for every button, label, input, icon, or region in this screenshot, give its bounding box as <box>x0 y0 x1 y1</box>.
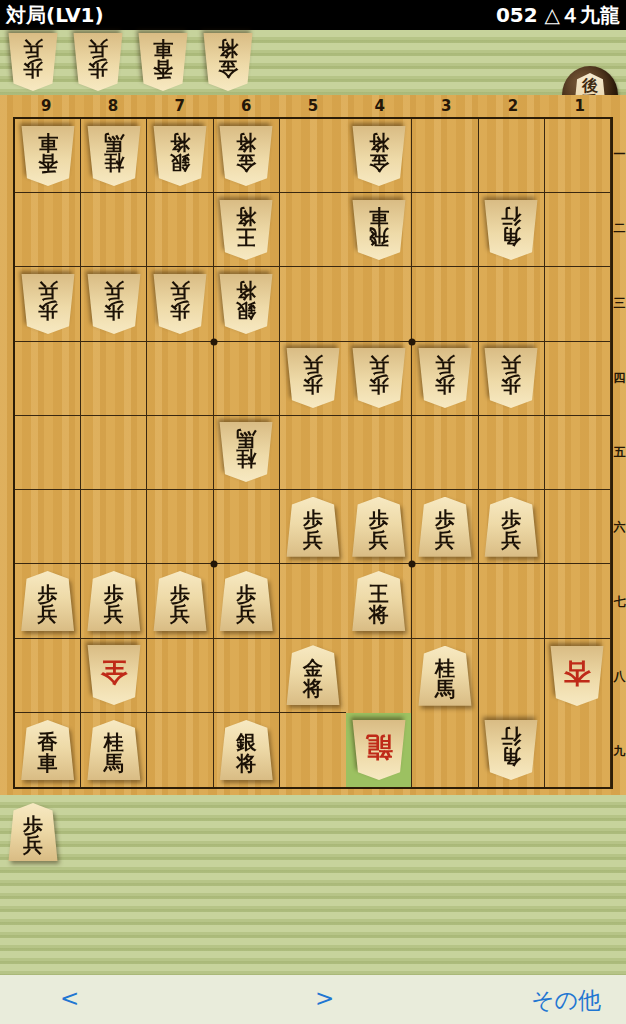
piece-銀将[interactable]: 銀将 <box>219 720 273 780</box>
square-7六[interactable] <box>147 490 213 564</box>
square-9四[interactable] <box>15 342 81 416</box>
square-4四[interactable]: 歩兵 <box>346 342 412 416</box>
gote-hand-pieces: 歩兵歩兵香車金将 <box>8 33 253 91</box>
square-7九[interactable] <box>147 713 213 787</box>
square-5五[interactable] <box>280 416 346 490</box>
square-5二[interactable] <box>280 193 346 267</box>
piece-桂馬[interactable]: 桂馬 <box>87 126 141 186</box>
piece-歩兵[interactable]: 歩兵 <box>87 571 141 631</box>
square-1一[interactable] <box>545 119 611 193</box>
square-8四[interactable] <box>81 342 147 416</box>
square-3七[interactable] <box>412 564 478 638</box>
piece-香車[interactable]: 香車 <box>138 33 188 91</box>
square-4七[interactable]: 王将 <box>346 564 412 638</box>
square-3九[interactable] <box>412 713 478 787</box>
square-1五[interactable] <box>545 416 611 490</box>
square-3三[interactable] <box>412 267 478 341</box>
rank-label: 五 <box>613 416 626 491</box>
square-4八[interactable] <box>346 639 412 713</box>
piece-角行[interactable]: 角行 <box>484 720 538 780</box>
sente-captured-tray: 歩兵 先手 <box>0 795 626 975</box>
star-point <box>409 561 416 568</box>
square-2七[interactable] <box>479 564 545 638</box>
piece-歩兵[interactable]: 歩兵 <box>153 571 207 631</box>
square-4一[interactable]: 金将 <box>346 119 412 193</box>
square-6一[interactable]: 金将 <box>214 119 280 193</box>
next-move-button[interactable]: > <box>315 985 334 1011</box>
square-6三[interactable]: 銀将 <box>214 267 280 341</box>
piece-桂馬[interactable]: 桂馬 <box>418 646 472 706</box>
square-2九[interactable]: 角行 <box>479 713 545 787</box>
rank-label: 三 <box>613 266 626 341</box>
square-2四[interactable]: 歩兵 <box>479 342 545 416</box>
square-9五[interactable] <box>15 416 81 490</box>
square-3二[interactable] <box>412 193 478 267</box>
square-6二[interactable]: 王将 <box>214 193 280 267</box>
prev-move-button[interactable]: < <box>60 985 79 1011</box>
square-7一[interactable]: 銀将 <box>147 119 213 193</box>
square-9六[interactable] <box>15 490 81 564</box>
square-8三[interactable]: 歩兵 <box>81 267 147 341</box>
piece-歩兵[interactable]: 歩兵 <box>21 571 75 631</box>
square-5四[interactable]: 歩兵 <box>280 342 346 416</box>
square-2一[interactable] <box>479 119 545 193</box>
piece-銀将[interactable]: 銀将 <box>219 274 273 334</box>
file-label-5: 5 <box>280 96 347 116</box>
piece-角行[interactable]: 角行 <box>484 200 538 260</box>
piece-香車[interactable]: 香車 <box>21 126 75 186</box>
rank-label: 八 <box>613 640 626 715</box>
square-7四[interactable] <box>147 342 213 416</box>
piece-歩兵[interactable]: 歩兵 <box>87 274 141 334</box>
square-8八[interactable]: 全 <box>81 639 147 713</box>
page-title: 対局(LV1) <box>6 2 104 29</box>
rank-label: 二 <box>613 192 626 267</box>
square-5七[interactable] <box>280 564 346 638</box>
square-3四[interactable]: 歩兵 <box>412 342 478 416</box>
square-8一[interactable]: 桂馬 <box>81 119 147 193</box>
square-2六[interactable]: 歩兵 <box>479 490 545 564</box>
square-7八[interactable] <box>147 639 213 713</box>
piece-歩兵[interactable]: 歩兵 <box>73 33 123 91</box>
piece-金将[interactable]: 金将 <box>352 126 406 186</box>
square-3八[interactable]: 桂馬 <box>412 639 478 713</box>
piece-歩兵[interactable]: 歩兵 <box>418 348 472 408</box>
square-8九[interactable]: 桂馬 <box>81 713 147 787</box>
square-4二[interactable]: 飛車 <box>346 193 412 267</box>
piece-王将[interactable]: 王将 <box>219 200 273 260</box>
piece-歩兵[interactable]: 歩兵 <box>286 497 340 557</box>
piece-歩兵[interactable]: 歩兵 <box>8 803 58 861</box>
square-6七[interactable]: 歩兵 <box>214 564 280 638</box>
square-9一[interactable]: 香車 <box>15 119 81 193</box>
file-label-9: 9 <box>13 96 80 116</box>
square-9七[interactable]: 歩兵 <box>15 564 81 638</box>
square-1六[interactable] <box>545 490 611 564</box>
piece-金将[interactable]: 金将 <box>219 126 273 186</box>
other-menu-button[interactable]: その他 <box>531 985 601 1016</box>
file-labels: 987654321 <box>13 96 613 116</box>
rank-label: 六 <box>613 490 626 565</box>
square-9八[interactable] <box>15 639 81 713</box>
square-1三[interactable] <box>545 267 611 341</box>
square-4九[interactable]: 龍 <box>346 713 412 787</box>
piece-全[interactable]: 全 <box>87 645 141 705</box>
square-9二[interactable] <box>15 193 81 267</box>
square-1七[interactable] <box>545 564 611 638</box>
square-1二[interactable] <box>545 193 611 267</box>
square-8七[interactable]: 歩兵 <box>81 564 147 638</box>
file-label-8: 8 <box>80 96 147 116</box>
square-5八[interactable]: 金将 <box>280 639 346 713</box>
square-3六[interactable]: 歩兵 <box>412 490 478 564</box>
square-2八[interactable] <box>479 639 545 713</box>
rank-label: 七 <box>613 565 626 640</box>
piece-銀将[interactable]: 銀将 <box>153 126 207 186</box>
file-label-2: 2 <box>480 96 547 116</box>
move-counter: 052 △４九龍 <box>496 2 620 29</box>
square-4五[interactable] <box>346 416 412 490</box>
square-6四[interactable] <box>214 342 280 416</box>
square-2五[interactable] <box>479 416 545 490</box>
piece-金将[interactable]: 金将 <box>286 645 340 705</box>
piece-歩兵[interactable]: 歩兵 <box>219 571 273 631</box>
square-1八[interactable]: 杏 <box>545 639 611 713</box>
star-point <box>409 338 416 345</box>
square-3一[interactable] <box>412 119 478 193</box>
square-8五[interactable] <box>81 416 147 490</box>
bottom-nav: < > その他 <box>0 975 626 1024</box>
file-label-3: 3 <box>413 96 480 116</box>
piece-歩兵[interactable]: 歩兵 <box>153 274 207 334</box>
piece-歩兵[interactable]: 歩兵 <box>21 274 75 334</box>
square-2二[interactable]: 角行 <box>479 193 545 267</box>
sente-hand-pieces: 歩兵 <box>8 803 58 861</box>
square-6八[interactable] <box>214 639 280 713</box>
piece-歩兵[interactable]: 歩兵 <box>484 348 538 408</box>
square-7三[interactable]: 歩兵 <box>147 267 213 341</box>
square-6九[interactable]: 銀将 <box>214 713 280 787</box>
board-grid: 香車桂馬銀将金将金将王将飛車角行歩兵歩兵歩兵銀将歩兵歩兵歩兵歩兵桂馬歩兵歩兵歩兵… <box>13 117 613 789</box>
square-1四[interactable] <box>545 342 611 416</box>
piece-杏[interactable]: 杏 <box>550 646 604 706</box>
square-5九[interactable] <box>280 713 346 787</box>
piece-飛車[interactable]: 飛車 <box>352 200 406 260</box>
star-point <box>210 561 217 568</box>
square-5一[interactable] <box>280 119 346 193</box>
square-7五[interactable] <box>147 416 213 490</box>
square-5三[interactable] <box>280 267 346 341</box>
rank-label: 四 <box>613 341 626 416</box>
square-8六[interactable] <box>81 490 147 564</box>
square-1九[interactable] <box>545 713 611 787</box>
file-label-1: 1 <box>546 96 613 116</box>
file-label-6: 6 <box>213 96 280 116</box>
gote-captured-tray: 歩兵歩兵香車金将 後手 <box>0 30 626 96</box>
square-6五[interactable]: 桂馬 <box>214 416 280 490</box>
piece-龍[interactable]: 龍 <box>352 720 406 780</box>
piece-金将[interactable]: 金将 <box>203 33 253 91</box>
piece-王将[interactable]: 王将 <box>352 571 406 631</box>
square-3五[interactable] <box>412 416 478 490</box>
piece-桂馬[interactable]: 桂馬 <box>87 720 141 780</box>
file-label-4: 4 <box>346 96 413 116</box>
square-4三[interactable] <box>346 267 412 341</box>
square-6六[interactable] <box>214 490 280 564</box>
piece-歩兵[interactable]: 歩兵 <box>8 33 58 91</box>
piece-歩兵[interactable]: 歩兵 <box>484 497 538 557</box>
file-label-7: 7 <box>146 96 213 116</box>
rank-label: 九 <box>613 714 626 789</box>
square-7七[interactable]: 歩兵 <box>147 564 213 638</box>
shogi-board: 987654321 一二三四五六七八九 香車桂馬銀将金将金将王将飛車角行歩兵歩兵… <box>0 95 626 795</box>
piece-歩兵[interactable]: 歩兵 <box>286 348 340 408</box>
square-2三[interactable] <box>479 267 545 341</box>
piece-歩兵[interactable]: 歩兵 <box>352 497 406 557</box>
piece-桂馬[interactable]: 桂馬 <box>219 422 273 482</box>
square-5六[interactable]: 歩兵 <box>280 490 346 564</box>
title-bar: 対局(LV1) 052 △４九龍 <box>0 0 626 30</box>
square-4六[interactable]: 歩兵 <box>346 490 412 564</box>
rank-label: 一 <box>613 117 626 192</box>
square-9九[interactable]: 香車 <box>15 713 81 787</box>
square-7二[interactable] <box>147 193 213 267</box>
star-point <box>210 338 217 345</box>
square-8二[interactable] <box>81 193 147 267</box>
rank-labels: 一二三四五六七八九 <box>613 117 626 789</box>
square-9三[interactable]: 歩兵 <box>15 267 81 341</box>
piece-歩兵[interactable]: 歩兵 <box>352 348 406 408</box>
piece-歩兵[interactable]: 歩兵 <box>418 497 472 557</box>
piece-香車[interactable]: 香車 <box>21 720 75 780</box>
